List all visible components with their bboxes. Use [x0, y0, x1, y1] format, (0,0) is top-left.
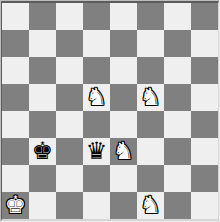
square-b8[interactable] — [29, 3, 56, 30]
square-e6[interactable] — [110, 57, 137, 84]
white-knight-d5[interactable]: ♞ — [86, 84, 108, 111]
square-e7[interactable] — [110, 30, 137, 57]
chess-board-inner-frame: ♞♞♚♛♞♚♞ — [1, 1, 219, 221]
square-b5[interactable] — [29, 84, 56, 111]
chess-board: ♞♞♚♛♞♚♞ — [2, 3, 218, 219]
square-g5[interactable] — [164, 84, 191, 111]
square-d4[interactable] — [83, 111, 110, 138]
square-e5[interactable] — [110, 84, 137, 111]
square-h5[interactable] — [191, 84, 218, 111]
square-d2[interactable] — [83, 165, 110, 192]
square-f8[interactable] — [137, 3, 164, 30]
square-c8[interactable] — [56, 3, 83, 30]
square-f1[interactable]: ♞ — [137, 192, 164, 219]
white-knight-f5[interactable]: ♞ — [140, 84, 162, 111]
square-c1[interactable] — [56, 192, 83, 219]
square-e8[interactable] — [110, 3, 137, 30]
square-c4[interactable] — [56, 111, 83, 138]
square-e4[interactable] — [110, 111, 137, 138]
square-h3[interactable] — [191, 138, 218, 165]
square-d3[interactable]: ♛ — [83, 138, 110, 165]
square-b2[interactable] — [29, 165, 56, 192]
square-d5[interactable]: ♞ — [83, 84, 110, 111]
square-c6[interactable] — [56, 57, 83, 84]
square-c7[interactable] — [56, 30, 83, 57]
square-c2[interactable] — [56, 165, 83, 192]
square-e2[interactable] — [110, 165, 137, 192]
white-knight-e3[interactable]: ♞ — [113, 138, 135, 165]
square-a4[interactable] — [2, 111, 29, 138]
square-g7[interactable] — [164, 30, 191, 57]
black-king-b3[interactable]: ♚ — [32, 138, 54, 165]
square-a6[interactable] — [2, 57, 29, 84]
square-a5[interactable] — [2, 84, 29, 111]
square-c3[interactable] — [56, 138, 83, 165]
square-a3[interactable] — [2, 138, 29, 165]
white-knight-f1[interactable]: ♞ — [140, 192, 162, 219]
chess-board-frame: ♞♞♚♛♞♚♞ — [0, 0, 220, 222]
square-g6[interactable] — [164, 57, 191, 84]
square-h6[interactable] — [191, 57, 218, 84]
square-g1[interactable] — [164, 192, 191, 219]
square-b3[interactable]: ♚ — [29, 138, 56, 165]
square-h4[interactable] — [191, 111, 218, 138]
square-g4[interactable] — [164, 111, 191, 138]
square-d8[interactable] — [83, 3, 110, 30]
square-a2[interactable] — [2, 165, 29, 192]
square-f3[interactable] — [137, 138, 164, 165]
square-h7[interactable] — [191, 30, 218, 57]
square-a1[interactable]: ♚ — [2, 192, 29, 219]
square-a8[interactable] — [2, 3, 29, 30]
square-h2[interactable] — [191, 165, 218, 192]
square-b1[interactable] — [29, 192, 56, 219]
square-b7[interactable] — [29, 30, 56, 57]
square-f7[interactable] — [137, 30, 164, 57]
square-g3[interactable] — [164, 138, 191, 165]
square-g8[interactable] — [164, 3, 191, 30]
square-h8[interactable] — [191, 3, 218, 30]
square-f4[interactable] — [137, 111, 164, 138]
square-a7[interactable] — [2, 30, 29, 57]
square-f5[interactable]: ♞ — [137, 84, 164, 111]
square-h1[interactable] — [191, 192, 218, 219]
square-e1[interactable] — [110, 192, 137, 219]
square-d1[interactable] — [83, 192, 110, 219]
square-e3[interactable]: ♞ — [110, 138, 137, 165]
square-b4[interactable] — [29, 111, 56, 138]
square-g2[interactable] — [164, 165, 191, 192]
square-f6[interactable] — [137, 57, 164, 84]
black-queen-d3[interactable]: ♛ — [86, 138, 108, 165]
white-king-a1[interactable]: ♚ — [5, 192, 27, 219]
square-c5[interactable] — [56, 84, 83, 111]
square-b6[interactable] — [29, 57, 56, 84]
square-d7[interactable] — [83, 30, 110, 57]
square-f2[interactable] — [137, 165, 164, 192]
square-d6[interactable] — [83, 57, 110, 84]
